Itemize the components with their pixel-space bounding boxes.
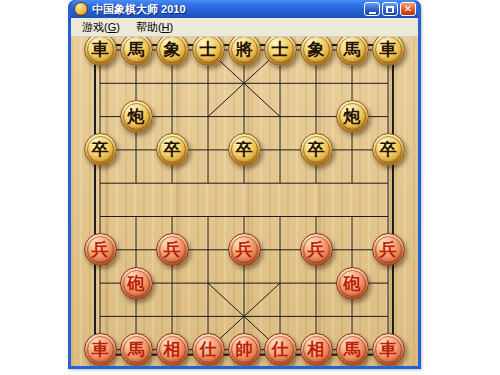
piece-red-cannon[interactable]: 砲 [336,267,369,300]
piece-black-soldier[interactable]: 卒 [228,133,261,166]
piece-black-elephant[interactable]: 象 [300,37,333,66]
piece-red-soldier[interactable]: 兵 [300,233,333,266]
piece-red-general[interactable]: 帥 [228,333,261,366]
piece-red-elephant[interactable]: 相 [156,333,189,366]
piece-black-soldier[interactable]: 卒 [300,133,333,166]
maximize-button[interactable] [382,2,398,16]
piece-black-general[interactable]: 將 [228,37,261,66]
menu-bar: 游戏(G)帮助(H) [71,18,418,37]
close-button[interactable]: ✕ [400,2,416,16]
pieces-layer: 車馬象士將士象馬車炮炮卒卒卒卒卒兵兵兵兵兵砲砲車馬相仕帥仕相馬車 [82,37,406,366]
app-icon [74,2,88,16]
piece-black-cannon[interactable]: 炮 [336,100,369,133]
piece-red-cannon[interactable]: 砲 [120,267,153,300]
xiangqi-board[interactable]: 車馬象士將士象馬車炮炮卒卒卒卒卒兵兵兵兵兵砲砲車馬相仕帥仕相馬車 [71,37,418,366]
window-title: 中国象棋大师 2010 [92,2,364,17]
piece-black-horse[interactable]: 馬 [336,37,369,66]
menu-item-help[interactable]: 帮助(H) [129,19,180,36]
piece-black-horse[interactable]: 馬 [120,37,153,66]
piece-red-advisor[interactable]: 仕 [192,333,225,366]
piece-black-advisor[interactable]: 士 [192,37,225,66]
piece-black-advisor[interactable]: 士 [264,37,297,66]
piece-red-soldier[interactable]: 兵 [372,233,405,266]
close-icon: ✕ [404,4,412,14]
app-window: 中国象棋大师 2010 ✕ 游戏(G)帮助(H) 車馬象士將士象馬車炮炮卒卒卒卒… [68,0,421,369]
piece-red-horse[interactable]: 馬 [120,333,153,366]
title-bar[interactable]: 中国象棋大师 2010 ✕ [71,0,418,18]
minimize-icon [369,12,376,14]
piece-black-chariot[interactable]: 車 [84,37,117,66]
maximize-icon [386,6,394,13]
piece-red-chariot[interactable]: 車 [372,333,405,366]
piece-red-horse[interactable]: 馬 [336,333,369,366]
piece-black-soldier[interactable]: 卒 [372,133,405,166]
piece-black-soldier[interactable]: 卒 [84,133,117,166]
piece-red-advisor[interactable]: 仕 [264,333,297,366]
piece-red-soldier[interactable]: 兵 [228,233,261,266]
window-controls: ✕ [364,2,416,16]
piece-red-soldier[interactable]: 兵 [156,233,189,266]
piece-red-chariot[interactable]: 車 [84,333,117,366]
piece-black-soldier[interactable]: 卒 [156,133,189,166]
piece-black-cannon[interactable]: 炮 [120,100,153,133]
piece-red-elephant[interactable]: 相 [300,333,333,366]
piece-black-chariot[interactable]: 車 [372,37,405,66]
piece-black-elephant[interactable]: 象 [156,37,189,66]
piece-red-soldier[interactable]: 兵 [84,233,117,266]
menu-item-game[interactable]: 游戏(G) [75,19,127,36]
minimize-button[interactable] [364,2,380,16]
